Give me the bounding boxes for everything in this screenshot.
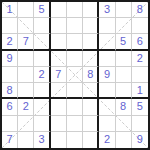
- cell-r4c5[interactable]: [67, 51, 83, 67]
- cell-r1c9[interactable]: 8: [132, 2, 148, 18]
- cell-r5c5[interactable]: [67, 67, 83, 83]
- cell-r3c2[interactable]: 7: [18, 34, 34, 50]
- cell-r8c1[interactable]: [2, 116, 18, 132]
- cell-r1c6[interactable]: [83, 2, 99, 18]
- cell-r7c9[interactable]: 5: [132, 99, 148, 115]
- cell-r6c4[interactable]: [51, 83, 67, 99]
- cell-r4c2[interactable]: [18, 51, 34, 67]
- cell-r8c6[interactable]: [83, 116, 99, 132]
- cell-r8c3[interactable]: [34, 116, 50, 132]
- cell-r2c7[interactable]: [99, 18, 115, 34]
- cell-r9c5[interactable]: [67, 132, 83, 148]
- cell-r8c9[interactable]: [132, 116, 148, 132]
- cell-r7c1[interactable]: 6: [2, 99, 18, 115]
- cell-r9c7[interactable]: 2: [99, 132, 115, 148]
- cell-r2c3[interactable]: [34, 18, 50, 34]
- cell-r9c4[interactable]: [51, 132, 67, 148]
- cell-r9c9[interactable]: 9: [132, 132, 148, 148]
- cell-r6c3[interactable]: [34, 83, 50, 99]
- cell-r7c6[interactable]: [83, 99, 99, 115]
- cell-r6c8[interactable]: [116, 83, 132, 99]
- cell-r4c6[interactable]: [83, 51, 99, 67]
- cell-r1c4[interactable]: [51, 2, 67, 18]
- cell-r3c4[interactable]: [51, 34, 67, 50]
- cell-r4c3[interactable]: [34, 51, 50, 67]
- cell-r5c9[interactable]: [132, 67, 148, 83]
- cell-r4c1[interactable]: 9: [2, 51, 18, 67]
- cell-r9c3[interactable]: 3: [34, 132, 50, 148]
- cell-r8c5[interactable]: [67, 116, 83, 132]
- cell-r2c1[interactable]: [2, 18, 18, 34]
- cell-r1c3[interactable]: 5: [34, 2, 50, 18]
- cell-r2c2[interactable]: [18, 18, 34, 34]
- cell-r6c2[interactable]: [18, 83, 34, 99]
- cell-r7c8[interactable]: 8: [116, 99, 132, 115]
- cell-r4c7[interactable]: [99, 51, 115, 67]
- cell-r9c6[interactable]: [83, 132, 99, 148]
- cell-r2c9[interactable]: [132, 18, 148, 34]
- cell-r1c8[interactable]: [116, 2, 132, 18]
- cell-r8c2[interactable]: [18, 116, 34, 132]
- sudoku-board: 153827569227898162857329: [0, 0, 150, 150]
- cell-r3c9[interactable]: 6: [132, 34, 148, 50]
- cell-r5c1[interactable]: [2, 67, 18, 83]
- cell-r1c7[interactable]: 3: [99, 2, 115, 18]
- cell-r2c6[interactable]: [83, 18, 99, 34]
- cell-r8c4[interactable]: [51, 116, 67, 132]
- cell-r9c8[interactable]: [116, 132, 132, 148]
- cell-r9c2[interactable]: [18, 132, 34, 148]
- cell-r7c2[interactable]: 2: [18, 99, 34, 115]
- cell-r6c5[interactable]: [67, 83, 83, 99]
- cell-r5c2[interactable]: [18, 67, 34, 83]
- cell-r7c3[interactable]: [34, 99, 50, 115]
- cell-r9c1[interactable]: 7: [2, 132, 18, 148]
- cell-r1c2[interactable]: [18, 2, 34, 18]
- cell-r8c8[interactable]: [116, 116, 132, 132]
- cell-r3c6[interactable]: [83, 34, 99, 50]
- cell-r4c9[interactable]: 2: [132, 51, 148, 67]
- cell-r1c1[interactable]: 1: [2, 2, 18, 18]
- cell-r7c7[interactable]: [99, 99, 115, 115]
- cell-r6c1[interactable]: 8: [2, 83, 18, 99]
- cell-r8c7[interactable]: [99, 116, 115, 132]
- cell-r2c4[interactable]: [51, 18, 67, 34]
- cell-r7c5[interactable]: [67, 99, 83, 115]
- cell-r3c8[interactable]: 5: [116, 34, 132, 50]
- cell-r2c5[interactable]: [67, 18, 83, 34]
- cell-r6c9[interactable]: 1: [132, 83, 148, 99]
- cell-r4c4[interactable]: [51, 51, 67, 67]
- cell-r2c8[interactable]: [116, 18, 132, 34]
- cell-r4c8[interactable]: [116, 51, 132, 67]
- cell-r7c4[interactable]: [51, 99, 67, 115]
- cell-r5c6[interactable]: 8: [83, 67, 99, 83]
- cell-r3c5[interactable]: [67, 34, 83, 50]
- cell-r6c7[interactable]: [99, 83, 115, 99]
- cell-r5c4[interactable]: 7: [51, 67, 67, 83]
- cell-r5c3[interactable]: 2: [34, 67, 50, 83]
- cell-r5c7[interactable]: 9: [99, 67, 115, 83]
- cell-r5c8[interactable]: [116, 67, 132, 83]
- cell-r3c1[interactable]: 2: [2, 34, 18, 50]
- cell-r1c5[interactable]: [67, 2, 83, 18]
- cell-r3c3[interactable]: [34, 34, 50, 50]
- cell-r6c6[interactable]: [83, 83, 99, 99]
- cell-r3c7[interactable]: [99, 34, 115, 50]
